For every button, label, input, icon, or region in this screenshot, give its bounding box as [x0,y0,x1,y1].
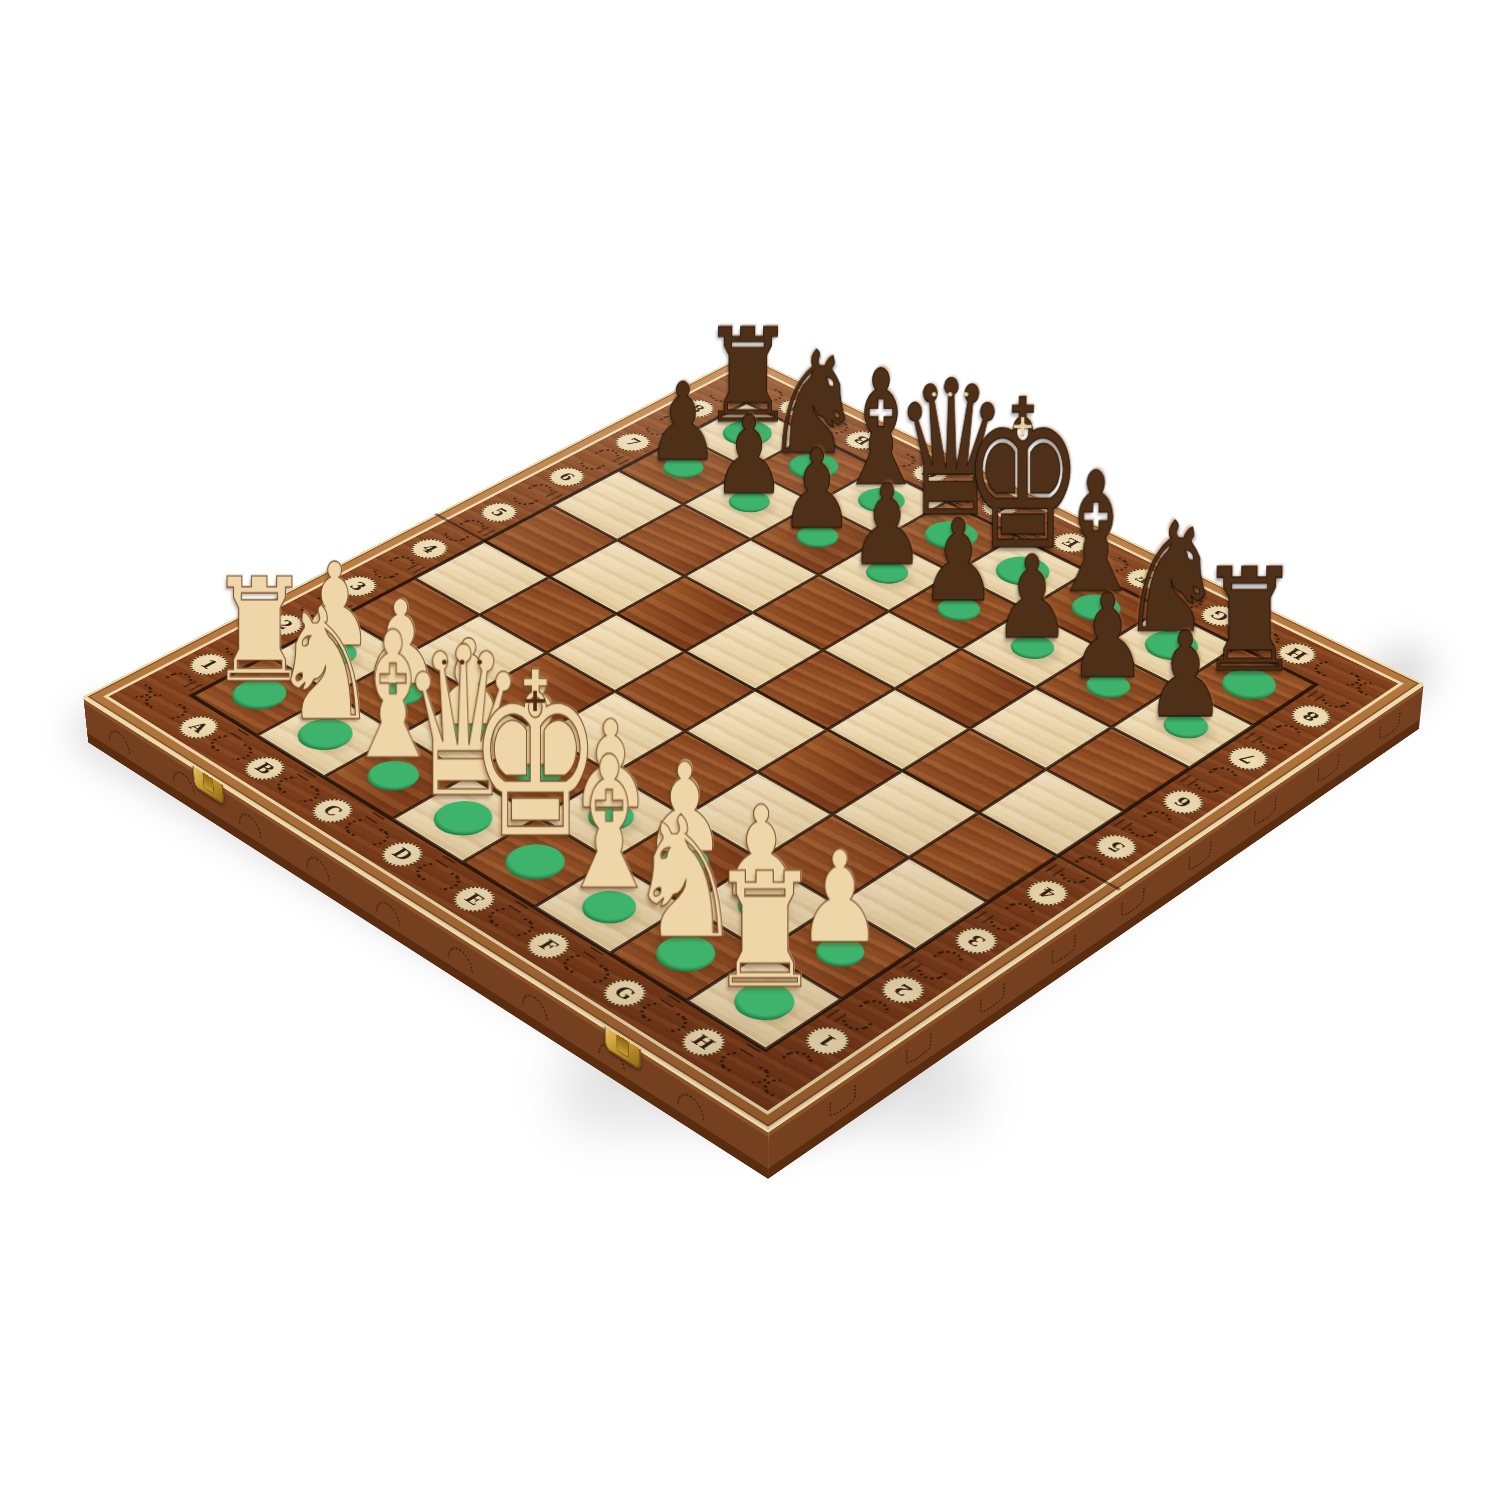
side-arc-stamp [677,1087,705,1121]
side-arc-stamp [1188,841,1212,872]
side-arc-stamp [521,988,547,1021]
chess-board[interactable]: AABBCCDDEEFFGGHH1122334455667788♜♞♟♝♟♛• … [83,354,1423,1130]
side-arc-stamp [1253,797,1276,828]
side-arc-stamp [375,895,400,927]
side-arc-stamp [980,983,1005,1016]
side-arc-stamp [171,766,195,796]
rook-icon: ♜ [707,852,822,1011]
scene: AABBCCDDEEFFGGHH1122334455667788♜♞♟♝♟♛• … [0,0,1500,1500]
side-arc-stamp [906,1033,932,1067]
side-arc-stamp [1379,712,1401,742]
black-pawn-glyph: ♟ [1100,611,1272,735]
white-rook-glyph: ♜ [670,845,859,1011]
pawn-icon: ♟ [1146,617,1226,735]
side-arc-stamp [1051,934,1076,967]
side-arc-stamp [305,851,330,882]
side-arc-stamp [447,941,473,973]
side-arc-stamp [1121,887,1145,919]
photo-canvas: AABBCCDDEEFFGGHH1122334455667788♜♞♟♝♟♛• … [0,0,1500,1500]
side-arc-stamp [107,725,130,754]
side-arc-stamp [237,808,261,838]
side-arc-stamp [1317,754,1340,784]
side-arc-stamp [829,1085,856,1120]
